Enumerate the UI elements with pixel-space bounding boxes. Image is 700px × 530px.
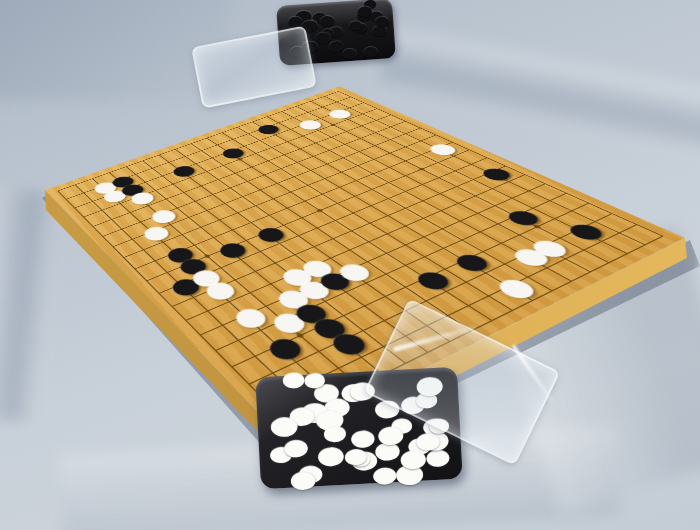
black-bowl-stone: ● <box>356 3 373 18</box>
white-bowl-stone: ● <box>281 368 306 389</box>
white-bowl-stone: ● <box>343 446 369 468</box>
white-bowl-stone: ● <box>316 442 346 467</box>
photo-stage: ●●●●●●●●●●●●●●●●●●●●●●●● ●●●●●●●●●●●●●●●… <box>0 0 700 530</box>
white-bowl-stone: ● <box>282 436 310 459</box>
black-bowl-stone: ● <box>341 46 358 61</box>
white-bowl-stone: ● <box>398 447 428 472</box>
black-bowl-stone: ● <box>348 18 364 31</box>
black-bowl-stone: ● <box>374 13 391 27</box>
white-bowl-stone: ● <box>376 422 405 447</box>
black-bowl-stone: ● <box>362 44 380 59</box>
black-bowl-stone: ● <box>314 29 333 45</box>
white-bowl-stone: ● <box>289 467 318 492</box>
white-bowl-stone: ● <box>371 463 398 486</box>
